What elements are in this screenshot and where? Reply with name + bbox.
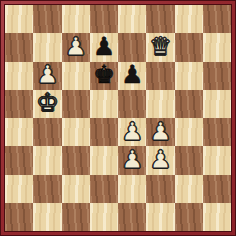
white-king[interactable]: ♚ [36, 90, 58, 115]
square-g6[interactable] [175, 62, 203, 90]
black-pawn[interactable]: ♟ [121, 62, 143, 87]
square-d3[interactable] [90, 146, 118, 174]
square-h1[interactable] [203, 203, 231, 231]
square-c3[interactable] [62, 146, 90, 174]
white-pawn[interactable]: ♟ [121, 147, 143, 172]
square-f2[interactable] [146, 175, 174, 203]
square-b8[interactable] [33, 5, 61, 33]
square-f7[interactable]: ♛ [146, 33, 174, 61]
square-e4[interactable]: ♟ [118, 118, 146, 146]
square-a4[interactable] [5, 118, 33, 146]
square-a2[interactable] [5, 175, 33, 203]
white-pawn[interactable]: ♟ [64, 34, 86, 59]
square-f4[interactable]: ♟ [146, 118, 174, 146]
square-h3[interactable] [203, 146, 231, 174]
chess-board: ♟♟♛♟♚♟♚♟♟♟♟ [5, 5, 231, 231]
square-f3[interactable]: ♟ [146, 146, 174, 174]
white-pawn[interactable]: ♟ [149, 147, 171, 172]
square-g7[interactable] [175, 33, 203, 61]
square-c7[interactable]: ♟ [62, 33, 90, 61]
square-d1[interactable] [90, 203, 118, 231]
square-f1[interactable] [146, 203, 174, 231]
square-g5[interactable] [175, 90, 203, 118]
square-a1[interactable] [5, 203, 33, 231]
chess-board-frame: ♟♟♛♟♚♟♚♟♟♟♟ [0, 0, 236, 236]
black-pawn[interactable]: ♟ [93, 34, 115, 59]
square-a5[interactable] [5, 90, 33, 118]
square-a6[interactable] [5, 62, 33, 90]
square-d8[interactable] [90, 5, 118, 33]
square-g2[interactable] [175, 175, 203, 203]
square-f6[interactable] [146, 62, 174, 90]
square-b5[interactable]: ♚ [33, 90, 61, 118]
square-d4[interactable] [90, 118, 118, 146]
square-a7[interactable] [5, 33, 33, 61]
square-b3[interactable] [33, 146, 61, 174]
square-e1[interactable] [118, 203, 146, 231]
white-pawn[interactable]: ♟ [121, 119, 143, 144]
square-h7[interactable] [203, 33, 231, 61]
square-a3[interactable] [5, 146, 33, 174]
white-pawn[interactable]: ♟ [149, 119, 171, 144]
square-d7[interactable]: ♟ [90, 33, 118, 61]
square-c2[interactable] [62, 175, 90, 203]
square-f5[interactable] [146, 90, 174, 118]
square-c4[interactable] [62, 118, 90, 146]
square-b2[interactable] [33, 175, 61, 203]
square-f8[interactable] [146, 5, 174, 33]
square-h2[interactable] [203, 175, 231, 203]
white-queen[interactable]: ♛ [149, 34, 171, 59]
square-g1[interactable] [175, 203, 203, 231]
black-king[interactable]: ♚ [93, 62, 115, 87]
square-c5[interactable] [62, 90, 90, 118]
square-h6[interactable] [203, 62, 231, 90]
square-c8[interactable] [62, 5, 90, 33]
square-e5[interactable] [118, 90, 146, 118]
square-e7[interactable] [118, 33, 146, 61]
square-h4[interactable] [203, 118, 231, 146]
square-g8[interactable] [175, 5, 203, 33]
square-h8[interactable] [203, 5, 231, 33]
square-b1[interactable] [33, 203, 61, 231]
square-b4[interactable] [33, 118, 61, 146]
square-b6[interactable]: ♟ [33, 62, 61, 90]
square-b7[interactable] [33, 33, 61, 61]
square-d2[interactable] [90, 175, 118, 203]
square-e8[interactable] [118, 5, 146, 33]
square-e3[interactable]: ♟ [118, 146, 146, 174]
square-c1[interactable] [62, 203, 90, 231]
square-c6[interactable] [62, 62, 90, 90]
square-d5[interactable] [90, 90, 118, 118]
square-g3[interactable] [175, 146, 203, 174]
square-e2[interactable] [118, 175, 146, 203]
square-e6[interactable]: ♟ [118, 62, 146, 90]
square-g4[interactable] [175, 118, 203, 146]
square-d6[interactable]: ♚ [90, 62, 118, 90]
square-h5[interactable] [203, 90, 231, 118]
square-a8[interactable] [5, 5, 33, 33]
white-pawn[interactable]: ♟ [36, 62, 58, 87]
